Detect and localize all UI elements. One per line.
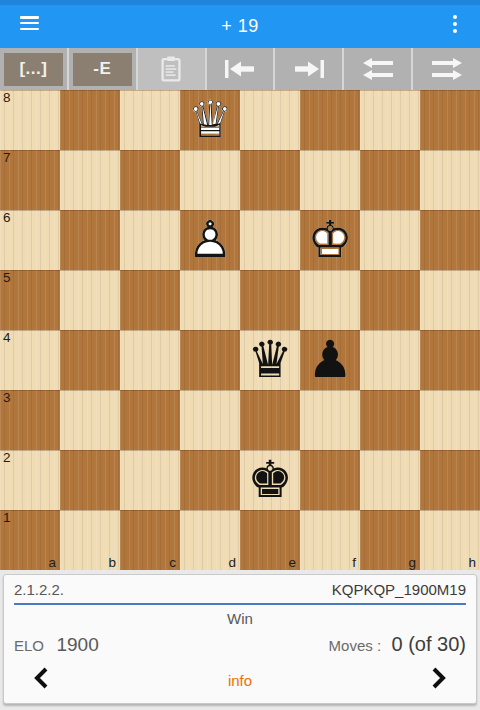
- square-e8[interactable]: [240, 90, 300, 150]
- square-d6[interactable]: ♟♙: [180, 210, 240, 270]
- rank-label-2: 2: [3, 450, 11, 465]
- black-pawn[interactable]: ♟: [300, 330, 360, 390]
- info-link[interactable]: info: [228, 672, 252, 689]
- square-b3[interactable]: [60, 390, 120, 450]
- square-f3[interactable]: [300, 390, 360, 450]
- elo-label: ELO: [14, 637, 44, 654]
- square-h4[interactable]: [420, 330, 480, 390]
- square-c5[interactable]: [120, 270, 180, 330]
- previous-game-button[interactable]: [342, 48, 411, 90]
- square-c4[interactable]: [120, 330, 180, 390]
- chess-app-screen: + 19 [...] -E: [0, 0, 480, 710]
- app-bar: + 19: [0, 0, 480, 48]
- square-b8[interactable]: [60, 90, 120, 150]
- square-h8[interactable]: [420, 90, 480, 150]
- square-h7[interactable]: [420, 150, 480, 210]
- square-c1[interactable]: c: [120, 510, 180, 570]
- white-queen[interactable]: ♛♕: [180, 90, 240, 150]
- rank-label-8: 8: [3, 90, 11, 105]
- square-a6[interactable]: 6: [0, 210, 60, 270]
- black-queen[interactable]: ♛: [240, 330, 300, 390]
- square-f2[interactable]: [300, 450, 360, 510]
- stats-row: ELO 1900 Moves : 0 (of 30): [14, 631, 466, 656]
- square-g6[interactable]: [360, 210, 420, 270]
- app-title: + 19: [0, 16, 480, 37]
- rank-label-6: 6: [3, 210, 11, 225]
- next-game-button[interactable]: [411, 48, 480, 90]
- game-info-card: 2.1.2.2. KQPKQP_1900M19 Win ELO 1900 Mov…: [3, 574, 477, 704]
- square-e2[interactable]: ♚: [240, 450, 300, 510]
- square-b6[interactable]: [60, 210, 120, 270]
- square-d5[interactable]: [180, 270, 240, 330]
- file-label-h: h: [468, 555, 476, 570]
- square-c8[interactable]: [120, 90, 180, 150]
- game-header-row: 2.1.2.2. KQPKQP_1900M19: [14, 581, 466, 605]
- moves-list-button[interactable]: [...]: [4, 53, 63, 86]
- chess-board: 8♛♕76♟♙♚♔54♛♟32♚1abcdefgh: [0, 90, 480, 570]
- square-a8[interactable]: 8: [0, 90, 60, 150]
- square-h2[interactable]: [420, 450, 480, 510]
- file-label-c: c: [169, 555, 176, 570]
- square-f1[interactable]: f: [300, 510, 360, 570]
- moves-group: Moves : 0 (of 30): [329, 633, 466, 656]
- white-pawn[interactable]: ♟♙: [180, 210, 240, 270]
- go-to-start-button[interactable]: [205, 48, 274, 90]
- next-chevron-button[interactable]: [426, 666, 448, 694]
- square-e6[interactable]: [240, 210, 300, 270]
- file-label-g: g: [408, 555, 416, 570]
- square-d3[interactable]: [180, 390, 240, 450]
- square-a4[interactable]: 4: [0, 330, 60, 390]
- go-start-icon: [222, 57, 258, 81]
- square-g7[interactable]: [360, 150, 420, 210]
- square-g5[interactable]: [360, 270, 420, 330]
- square-h3[interactable]: [420, 390, 480, 450]
- moves-label: Moves :: [329, 637, 382, 654]
- rank-label-1: 1: [3, 510, 11, 525]
- square-a2[interactable]: 2: [0, 450, 60, 510]
- black-king[interactable]: ♚: [240, 450, 300, 510]
- square-e4[interactable]: ♛: [240, 330, 300, 390]
- square-a7[interactable]: 7: [0, 150, 60, 210]
- square-f8[interactable]: [300, 90, 360, 150]
- rank-label-4: 4: [3, 330, 11, 345]
- overflow-menu-icon[interactable]: [453, 15, 458, 36]
- variation-button[interactable]: -E: [73, 53, 132, 86]
- square-h1[interactable]: h: [420, 510, 480, 570]
- square-f7[interactable]: [300, 150, 360, 210]
- square-f6[interactable]: ♚♔: [300, 210, 360, 270]
- square-c6[interactable]: [120, 210, 180, 270]
- bottom-panel: 2.1.2.2. KQPKQP_1900M19 Win ELO 1900 Mov…: [0, 570, 480, 710]
- square-c3[interactable]: [120, 390, 180, 450]
- white-king[interactable]: ♚♔: [300, 210, 360, 270]
- moves-value: 0 (of 30): [392, 633, 466, 655]
- clipboard-icon: [158, 55, 184, 83]
- square-h6[interactable]: [420, 210, 480, 270]
- square-a3[interactable]: 3: [0, 390, 60, 450]
- rank-label-5: 5: [3, 270, 11, 285]
- file-label-b: b: [108, 555, 116, 570]
- square-d4[interactable]: [180, 330, 240, 390]
- square-e1[interactable]: e: [240, 510, 300, 570]
- rank-label-7: 7: [3, 150, 11, 165]
- square-c7[interactable]: [120, 150, 180, 210]
- square-d2[interactable]: [180, 450, 240, 510]
- square-d7[interactable]: [180, 150, 240, 210]
- file-label-e: e: [288, 555, 296, 570]
- toolbar-cell: [...]: [0, 48, 67, 90]
- study-name: KQPKQP_1900M19: [332, 581, 466, 598]
- square-b2[interactable]: [60, 450, 120, 510]
- elo-group: ELO 1900: [14, 634, 99, 656]
- square-h5[interactable]: [420, 270, 480, 330]
- copy-pgn-button[interactable]: [136, 48, 205, 90]
- file-label-a: a: [48, 555, 56, 570]
- go-to-end-button[interactable]: [273, 48, 342, 90]
- square-a1[interactable]: 1a: [0, 510, 60, 570]
- toolbar: [...] -E: [0, 48, 480, 90]
- square-g1[interactable]: g: [360, 510, 420, 570]
- elo-value: 1900: [56, 634, 98, 655]
- rank-label-3: 3: [3, 390, 11, 405]
- variation-path: 2.1.2.2.: [14, 581, 64, 598]
- square-b7[interactable]: [60, 150, 120, 210]
- previous-chevron-button[interactable]: [32, 666, 54, 694]
- toolbar-cell: -E: [67, 48, 136, 90]
- square-e5[interactable]: [240, 270, 300, 330]
- square-c2[interactable]: [120, 450, 180, 510]
- double-left-arrow-icon: [360, 56, 396, 82]
- square-g3[interactable]: [360, 390, 420, 450]
- square-f5[interactable]: [300, 270, 360, 330]
- square-a5[interactable]: 5: [0, 270, 60, 330]
- result-label: Win: [14, 605, 466, 631]
- square-e3[interactable]: [240, 390, 300, 450]
- square-g8[interactable]: [360, 90, 420, 150]
- nav-row: info: [14, 656, 466, 694]
- square-b5[interactable]: [60, 270, 120, 330]
- status-bar: [0, 0, 480, 5]
- square-g2[interactable]: [360, 450, 420, 510]
- square-d1[interactable]: d: [180, 510, 240, 570]
- file-label-d: d: [228, 555, 236, 570]
- file-label-f: f: [352, 555, 356, 570]
- square-e7[interactable]: [240, 150, 300, 210]
- double-right-arrow-icon: [429, 56, 465, 82]
- square-f4[interactable]: ♟: [300, 330, 360, 390]
- square-b4[interactable]: [60, 330, 120, 390]
- go-end-icon: [291, 57, 327, 81]
- square-d8[interactable]: ♛♕: [180, 90, 240, 150]
- square-b1[interactable]: b: [60, 510, 120, 570]
- square-g4[interactable]: [360, 330, 420, 390]
